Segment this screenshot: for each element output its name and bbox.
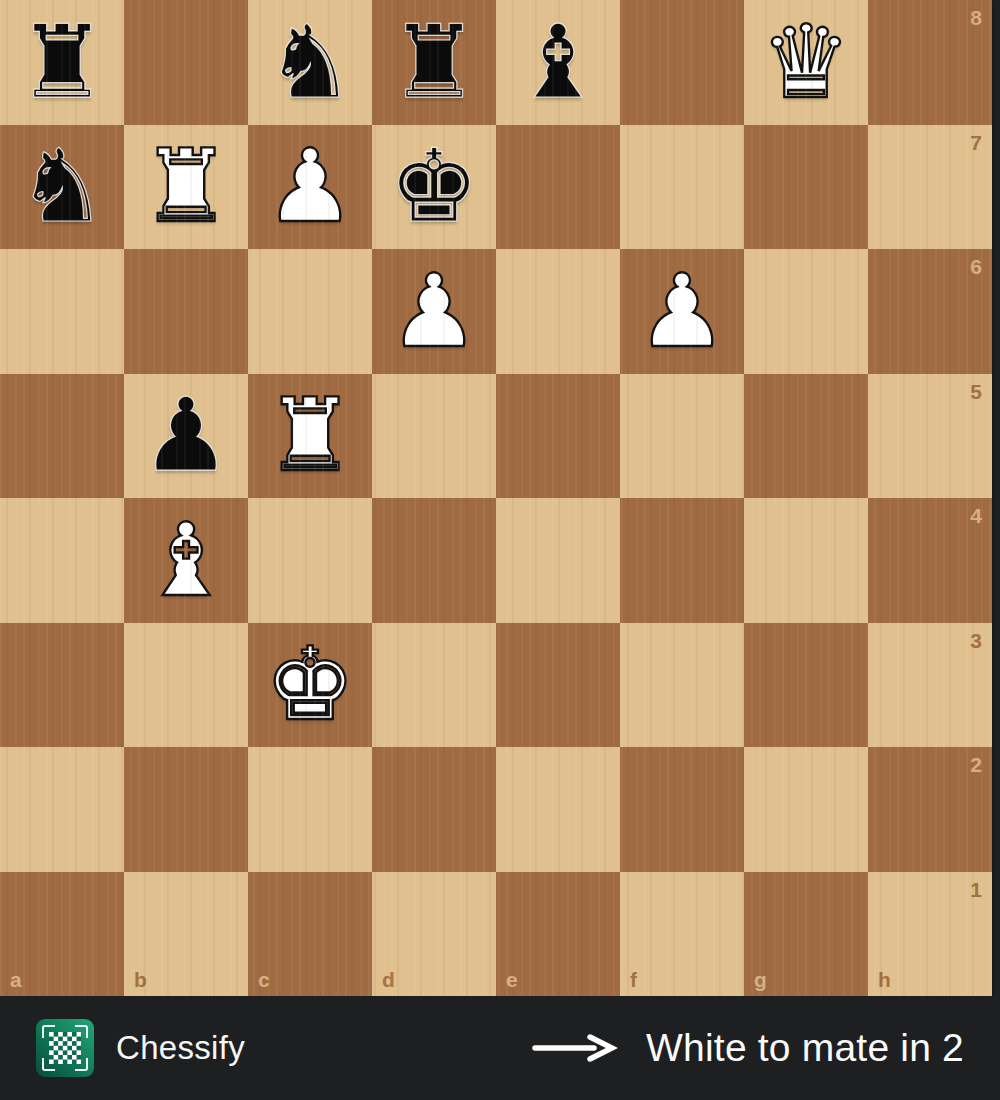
square-g6[interactable] — [744, 249, 868, 374]
square-h1[interactable]: 1h — [868, 872, 992, 997]
square-e7[interactable] — [496, 125, 620, 250]
square-c1[interactable]: c — [248, 872, 372, 997]
piece-black-bishop[interactable]: ♝ — [496, 0, 620, 125]
puzzle-caption-group: White to mate in 2 — [530, 1026, 964, 1070]
square-g3[interactable] — [744, 623, 868, 748]
square-f8[interactable] — [620, 0, 744, 125]
piece-white-king[interactable]: ♚ — [248, 623, 372, 748]
rank-label-7: 7 — [970, 132, 982, 153]
app-name: Chessify — [116, 1029, 245, 1067]
square-a3[interactable] — [0, 623, 124, 748]
square-d5[interactable] — [372, 374, 496, 499]
piece-black-knight[interactable]: ♞ — [0, 125, 124, 250]
square-a6[interactable] — [0, 249, 124, 374]
square-a5[interactable] — [0, 374, 124, 499]
square-e8[interactable]: ♝ — [496, 0, 620, 125]
rank-label-5: 5 — [970, 381, 982, 402]
square-h2[interactable]: 2 — [868, 747, 992, 872]
rank-label-4: 4 — [970, 505, 982, 526]
rank-label-3: 3 — [970, 630, 982, 651]
square-e3[interactable] — [496, 623, 620, 748]
square-g5[interactable] — [744, 374, 868, 499]
rank-label-8: 8 — [970, 7, 982, 28]
square-d6[interactable]: ♟ — [372, 249, 496, 374]
piece-white-rook[interactable]: ♜ — [124, 125, 248, 250]
square-h5[interactable]: 5 — [868, 374, 992, 499]
square-e6[interactable] — [496, 249, 620, 374]
square-f7[interactable] — [620, 125, 744, 250]
square-b2[interactable] — [124, 747, 248, 872]
long-right-arrow-icon — [530, 1033, 618, 1063]
piece-black-rook[interactable]: ♜ — [372, 0, 496, 125]
square-f5[interactable] — [620, 374, 744, 499]
branding: Chessify — [36, 1019, 245, 1077]
piece-black-rook[interactable]: ♜ — [0, 0, 124, 125]
square-c8[interactable]: ♞ — [248, 0, 372, 125]
piece-white-rook[interactable]: ♜ — [248, 374, 372, 499]
chessify-puzzle-screen: ♜♞♜♝♛8♞♜♟♚7♟♟6♟♜5♝4♚32abcdefg1h Chessify… — [0, 0, 1000, 1100]
square-d2[interactable] — [372, 747, 496, 872]
rank-label-2: 2 — [970, 754, 982, 775]
square-a8[interactable]: ♜ — [0, 0, 124, 125]
square-c4[interactable] — [248, 498, 372, 623]
square-c3[interactable]: ♚ — [248, 623, 372, 748]
piece-black-king[interactable]: ♚ — [372, 125, 496, 250]
file-label-h: h — [878, 969, 891, 990]
square-a4[interactable] — [0, 498, 124, 623]
square-b7[interactable]: ♜ — [124, 125, 248, 250]
rank-label-6: 6 — [970, 256, 982, 277]
puzzle-caption: White to mate in 2 — [646, 1026, 964, 1070]
square-e2[interactable] — [496, 747, 620, 872]
square-b8[interactable] — [124, 0, 248, 125]
footer-bar: Chessify White to mate in 2 — [0, 996, 1000, 1100]
square-c7[interactable]: ♟ — [248, 125, 372, 250]
square-g4[interactable] — [744, 498, 868, 623]
square-e5[interactable] — [496, 374, 620, 499]
square-d1[interactable]: d — [372, 872, 496, 997]
chess-board: ♜♞♜♝♛8♞♜♟♚7♟♟6♟♜5♝4♚32abcdefg1h — [0, 0, 992, 996]
file-label-a: a — [10, 969, 22, 990]
file-label-d: d — [382, 969, 395, 990]
square-f3[interactable] — [620, 623, 744, 748]
piece-white-queen[interactable]: ♛ — [744, 0, 868, 125]
square-f4[interactable] — [620, 498, 744, 623]
file-label-b: b — [134, 969, 147, 990]
square-b6[interactable] — [124, 249, 248, 374]
square-d3[interactable] — [372, 623, 496, 748]
square-b4[interactable]: ♝ — [124, 498, 248, 623]
square-a7[interactable]: ♞ — [0, 125, 124, 250]
square-b5[interactable]: ♟ — [124, 374, 248, 499]
square-d7[interactable]: ♚ — [372, 125, 496, 250]
piece-white-bishop[interactable]: ♝ — [124, 498, 248, 623]
chessify-logo — [36, 1019, 94, 1077]
square-f6[interactable]: ♟ — [620, 249, 744, 374]
file-label-g: g — [754, 969, 767, 990]
checkerboard-icon — [49, 1032, 81, 1064]
square-d4[interactable] — [372, 498, 496, 623]
square-e4[interactable] — [496, 498, 620, 623]
rank-label-1: 1 — [970, 879, 982, 900]
piece-black-knight[interactable]: ♞ — [248, 0, 372, 125]
square-f2[interactable] — [620, 747, 744, 872]
square-g2[interactable] — [744, 747, 868, 872]
square-h3[interactable]: 3 — [868, 623, 992, 748]
square-d8[interactable]: ♜ — [372, 0, 496, 125]
square-c6[interactable] — [248, 249, 372, 374]
square-h7[interactable]: 7 — [868, 125, 992, 250]
square-a1[interactable]: a — [0, 872, 124, 997]
piece-white-pawn[interactable]: ♟ — [248, 125, 372, 250]
square-h8[interactable]: 8 — [868, 0, 992, 125]
square-g8[interactable]: ♛ — [744, 0, 868, 125]
square-b3[interactable] — [124, 623, 248, 748]
piece-black-pawn[interactable]: ♟ — [124, 374, 248, 499]
square-e1[interactable]: e — [496, 872, 620, 997]
square-b1[interactable]: b — [124, 872, 248, 997]
square-f1[interactable]: f — [620, 872, 744, 997]
piece-white-pawn[interactable]: ♟ — [620, 249, 744, 374]
file-label-f: f — [630, 969, 637, 990]
file-label-c: c — [258, 969, 270, 990]
square-g7[interactable] — [744, 125, 868, 250]
square-g1[interactable]: g — [744, 872, 868, 997]
square-h6[interactable]: 6 — [868, 249, 992, 374]
square-c5[interactable]: ♜ — [248, 374, 372, 499]
file-label-e: e — [506, 969, 518, 990]
square-a2[interactable] — [0, 747, 124, 872]
square-h4[interactable]: 4 — [868, 498, 992, 623]
piece-white-pawn[interactable]: ♟ — [372, 249, 496, 374]
square-c2[interactable] — [248, 747, 372, 872]
